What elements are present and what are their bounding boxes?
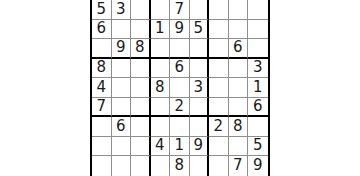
cell-r4c6[interactable] (190, 59, 210, 79)
cell-r1c9[interactable] (248, 0, 268, 20)
cell-r1c1[interactable]: 5 (92, 0, 112, 20)
cell-r9c6[interactable] (190, 156, 210, 176)
cell-r6c2[interactable] (112, 98, 132, 118)
cell-r9c8[interactable]: 7 (229, 156, 249, 176)
cell-r4c9[interactable]: 3 (248, 59, 268, 79)
sudoku-board: 537619598686348317266284195879 (90, 0, 270, 176)
cell-r6c9[interactable]: 6 (248, 98, 268, 118)
cell-r2c2[interactable] (112, 20, 132, 40)
cell-r2c6[interactable]: 5 (190, 20, 210, 40)
cell-r1c6[interactable] (190, 0, 210, 20)
cell-r5c4[interactable]: 8 (151, 78, 171, 98)
cell-r7c1[interactable] (92, 117, 112, 137)
cell-r7c8[interactable]: 8 (229, 117, 249, 137)
cell-r3c2[interactable]: 9 (112, 39, 132, 59)
cell-r6c8[interactable] (229, 98, 249, 118)
cell-r2c5[interactable]: 9 (170, 20, 190, 40)
cell-r2c1[interactable]: 6 (92, 20, 112, 40)
cell-r4c4[interactable] (151, 59, 171, 79)
cell-r2c9[interactable] (248, 20, 268, 40)
cell-r7c9[interactable] (248, 117, 268, 137)
cell-r3c7[interactable] (209, 39, 229, 59)
cell-r6c4[interactable] (151, 98, 171, 118)
cell-r5c2[interactable] (112, 78, 132, 98)
cell-r9c1[interactable] (92, 156, 112, 176)
cell-r5c7[interactable] (209, 78, 229, 98)
cell-r1c7[interactable] (209, 0, 229, 20)
cell-r5c8[interactable] (229, 78, 249, 98)
cell-r7c6[interactable] (190, 117, 210, 137)
cell-r3c1[interactable] (92, 39, 112, 59)
cell-r1c8[interactable] (229, 0, 249, 20)
cell-r4c7[interactable] (209, 59, 229, 79)
cell-r5c9[interactable]: 1 (248, 78, 268, 98)
cell-r3c8[interactable]: 6 (229, 39, 249, 59)
cell-r3c4[interactable] (151, 39, 171, 59)
cell-r7c7[interactable]: 2 (209, 117, 229, 137)
cell-r9c5[interactable]: 8 (170, 156, 190, 176)
cell-r7c5[interactable] (170, 117, 190, 137)
cell-r6c3[interactable] (131, 98, 151, 118)
cell-r2c4[interactable]: 1 (151, 20, 171, 40)
cell-r8c6[interactable]: 9 (190, 137, 210, 157)
cell-r4c8[interactable] (229, 59, 249, 79)
cell-r1c4[interactable] (151, 0, 171, 20)
cell-r7c3[interactable] (131, 117, 151, 137)
cell-r4c3[interactable] (131, 59, 151, 79)
cell-r2c7[interactable] (209, 20, 229, 40)
cell-r3c5[interactable] (170, 39, 190, 59)
cell-r6c7[interactable] (209, 98, 229, 118)
cell-r9c3[interactable] (131, 156, 151, 176)
cell-r5c1[interactable]: 4 (92, 78, 112, 98)
cell-r1c2[interactable]: 3 (112, 0, 132, 20)
cell-r4c5[interactable]: 6 (170, 59, 190, 79)
cell-r5c3[interactable] (131, 78, 151, 98)
cell-r1c5[interactable]: 7 (170, 0, 190, 20)
cell-r9c9[interactable]: 9 (248, 156, 268, 176)
cell-r6c1[interactable]: 7 (92, 98, 112, 118)
cell-r4c1[interactable]: 8 (92, 59, 112, 79)
cell-r7c4[interactable] (151, 117, 171, 137)
cell-r2c8[interactable] (229, 20, 249, 40)
cell-r9c4[interactable] (151, 156, 171, 176)
cell-r1c3[interactable] (131, 0, 151, 20)
cell-r8c8[interactable] (229, 137, 249, 157)
cell-r2c3[interactable] (131, 20, 151, 40)
cell-r8c2[interactable] (112, 137, 132, 157)
cell-r9c7[interactable] (209, 156, 229, 176)
cell-r6c6[interactable] (190, 98, 210, 118)
cell-r7c2[interactable]: 6 (112, 117, 132, 137)
cell-r8c9[interactable]: 5 (248, 137, 268, 157)
cell-r8c5[interactable]: 1 (170, 137, 190, 157)
cell-r5c5[interactable] (170, 78, 190, 98)
cell-r8c3[interactable] (131, 137, 151, 157)
page-background: 537619598686348317266284195879 (0, 0, 360, 176)
cell-r3c6[interactable] (190, 39, 210, 59)
cell-r9c2[interactable] (112, 156, 132, 176)
cell-r8c1[interactable] (92, 137, 112, 157)
cell-r8c7[interactable] (209, 137, 229, 157)
cell-r5c6[interactable]: 3 (190, 78, 210, 98)
cell-r8c4[interactable]: 4 (151, 137, 171, 157)
cell-r3c9[interactable] (248, 39, 268, 59)
cell-r3c3[interactable]: 8 (131, 39, 151, 59)
cell-r4c2[interactable] (112, 59, 132, 79)
cell-r6c5[interactable]: 2 (170, 98, 190, 118)
